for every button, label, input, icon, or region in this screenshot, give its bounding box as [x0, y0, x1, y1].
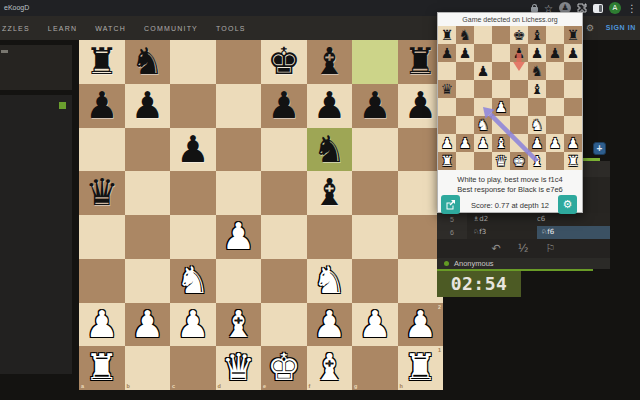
square-g5 — [546, 80, 564, 98]
move-white[interactable]: ♘f3 — [473, 226, 486, 239]
piece-black-pawn-h7: ♟ — [564, 44, 582, 62]
movelist-row-edge — [583, 177, 610, 213]
piece-black-knight-b8[interactable]: ♞ — [125, 40, 171, 84]
square-a2: ♟ — [438, 134, 456, 152]
piece-white-queen-d1: ♛ — [492, 152, 510, 170]
move-black[interactable]: c6 — [537, 213, 610, 226]
game-controls: ↶ ½ ⚐ — [437, 239, 610, 258]
profile-avatar[interactable]: A — [609, 2, 621, 14]
square-c2[interactable]: ♟ — [170, 303, 216, 347]
square-e3 — [510, 116, 528, 134]
file-label-c: c — [172, 383, 175, 389]
square-e1: ♚ — [510, 152, 528, 170]
square-f2[interactable]: ♟ — [307, 303, 353, 347]
move-row: 6 ♘f3 ♘f6 — [437, 226, 610, 239]
file-label-f: f — [309, 383, 311, 389]
square-c7 — [474, 44, 492, 62]
square-h5 — [564, 80, 582, 98]
piece-white-pawn-a2: ♟ — [438, 134, 456, 152]
square-e5 — [510, 80, 528, 98]
square-g4 — [546, 98, 564, 116]
piece-black-rook-a8: ♜ — [438, 26, 456, 44]
square-g6 — [546, 62, 564, 80]
move-row: 5 ♗d2 c6 — [437, 213, 610, 226]
menu-dots-icon[interactable]: ⋮ — [627, 3, 637, 14]
square-c6: ♟ — [474, 62, 492, 80]
add-button[interactable]: + — [593, 142, 606, 155]
square-g3 — [546, 116, 564, 134]
best-response-text: Best response for Black is e7e6 — [438, 185, 582, 194]
green-status-square — [59, 102, 66, 109]
left-panel-bottom — [0, 95, 72, 374]
square-c1[interactable]: c — [170, 346, 216, 390]
square-h4 — [564, 98, 582, 116]
square-c5[interactable] — [170, 171, 216, 215]
square-e7[interactable]: ♟ — [261, 84, 307, 128]
piece-white-king-e1[interactable]: ♚ — [261, 346, 307, 390]
square-e3[interactable] — [261, 259, 307, 303]
movelist-row-edge — [583, 161, 610, 177]
square-e4 — [510, 98, 528, 116]
player-clock: 02:54 — [437, 271, 521, 297]
piece-black-queen-a5[interactable]: ♛ — [79, 171, 125, 215]
piece-white-pawn-a2[interactable]: ♟ — [79, 303, 125, 347]
main-chess-board[interactable]: ♜♞♚♝♜8♟♟♟♟♟♟7♟♞6♛♝5♟4♞♞3♟♟♟♝♟♟♟2♜abc♛d♚e… — [79, 40, 443, 390]
piece-black-pawn-a7[interactable]: ♟ — [79, 84, 125, 128]
move-list: 5 ♗d2 c6 6 ♘f3 ♘f6 — [437, 213, 610, 239]
piece-white-pawn-f2[interactable]: ♟ — [307, 303, 353, 347]
square-h1[interactable]: ♜h1 — [398, 346, 444, 390]
piece-white-rook-h1[interactable]: ♜ — [398, 346, 444, 390]
nav-item-watch[interactable]: WATCH — [95, 25, 126, 32]
square-g1 — [546, 152, 564, 170]
square-b4[interactable] — [125, 215, 171, 259]
square-e2[interactable] — [261, 303, 307, 347]
square-c8[interactable] — [170, 40, 216, 84]
square-g3[interactable] — [352, 259, 398, 303]
piece-black-bishop-f8[interactable]: ♝ — [307, 40, 353, 84]
square-d8[interactable] — [216, 40, 262, 84]
square-b3[interactable] — [125, 259, 171, 303]
piece-black-queen-a5: ♛ — [438, 80, 456, 98]
square-b1[interactable]: b — [125, 346, 171, 390]
piece-black-pawn-g7[interactable]: ♟ — [352, 84, 398, 128]
piece-white-pawn-b2: ♟ — [456, 134, 474, 152]
square-a4[interactable] — [79, 215, 125, 259]
piece-black-knight-b8: ♞ — [456, 26, 474, 44]
piece-white-rook-a1: ♜ — [438, 152, 456, 170]
nav-item-community[interactable]: COMMUNITY — [144, 25, 198, 32]
square-h2[interactable]: ♟2 — [398, 303, 444, 347]
square-c3[interactable]: ♞ — [170, 259, 216, 303]
square-b8[interactable]: ♞ — [125, 40, 171, 84]
piece-white-rook-h1: ♜ — [564, 152, 582, 170]
square-b2: ♟ — [456, 134, 474, 152]
piece-black-pawn-g7: ♟ — [546, 44, 564, 62]
square-c1 — [474, 152, 492, 170]
piece-white-pawn-g2[interactable]: ♟ — [352, 303, 398, 347]
piece-white-bishop-d2: ♝ — [492, 134, 510, 152]
file-label-b: b — [127, 383, 130, 389]
piece-white-knight-f3[interactable]: ♞ — [307, 259, 353, 303]
piece-white-pawn-c2[interactable]: ♟ — [170, 303, 216, 347]
square-f3[interactable]: ♞ — [307, 259, 353, 303]
square-a8[interactable]: ♜ — [79, 40, 125, 84]
square-a5[interactable]: ♛ — [79, 171, 125, 215]
move-white[interactable]: ♗d2 — [473, 213, 488, 226]
square-d4[interactable]: ♟ — [216, 215, 262, 259]
piece-white-knight-f3: ♞ — [528, 116, 546, 134]
piece-white-pawn-h2: ♟ — [564, 134, 582, 152]
square-g6[interactable] — [352, 128, 398, 172]
square-d1[interactable]: ♛d — [216, 346, 262, 390]
square-a6[interactable] — [79, 128, 125, 172]
square-f6[interactable]: ♞ — [307, 128, 353, 172]
square-g8 — [546, 26, 564, 44]
piece-black-king-e8: ♚ — [510, 26, 528, 44]
square-f4[interactable] — [307, 215, 353, 259]
file-label-e: e — [263, 383, 266, 389]
piece-black-bishop-f5[interactable]: ♝ — [307, 171, 353, 215]
side-panel-icon[interactable] — [593, 4, 603, 13]
square-d7[interactable] — [216, 84, 262, 128]
square-a7[interactable]: ♟ — [79, 84, 125, 128]
square-h6 — [564, 62, 582, 80]
square-g2: ♟ — [546, 134, 564, 152]
square-g8[interactable] — [352, 40, 398, 84]
square-d3 — [492, 116, 510, 134]
piece-black-bishop-f5: ♝ — [528, 80, 546, 98]
square-g4[interactable] — [352, 215, 398, 259]
square-g1[interactable]: g — [352, 346, 398, 390]
piece-white-pawn-g2: ♟ — [546, 134, 564, 152]
square-b7: ♟ — [456, 44, 474, 62]
square-f5: ♝ — [528, 80, 546, 98]
file-label-a: a — [81, 383, 84, 389]
piece-white-bishop-f1: ♝ — [528, 152, 546, 170]
square-c2: ♟ — [474, 134, 492, 152]
piece-black-pawn-c6[interactable]: ♟ — [170, 128, 216, 172]
square-b6[interactable] — [125, 128, 171, 172]
takeback-icon[interactable]: ↶ — [492, 239, 501, 258]
file-label-d: d — [218, 383, 221, 389]
square-b8: ♞ — [456, 26, 474, 44]
piece-black-knight-f6[interactable]: ♞ — [307, 128, 353, 172]
square-a8: ♜ — [438, 26, 456, 44]
square-d3[interactable] — [216, 259, 262, 303]
square-e6[interactable] — [261, 128, 307, 172]
square-a7: ♟ — [438, 44, 456, 62]
piece-white-knight-c3[interactable]: ♞ — [170, 259, 216, 303]
piece-black-pawn-f7: ♟ — [528, 44, 546, 62]
piece-black-pawn-c6: ♟ — [474, 62, 492, 80]
popup-settings-button[interactable]: ⚙ — [558, 195, 577, 214]
square-c7[interactable] — [170, 84, 216, 128]
move-number: 6 — [437, 226, 467, 239]
square-e8: ♚ — [510, 26, 528, 44]
piece-white-pawn-c2: ♟ — [474, 134, 492, 152]
square-e7: ♟ — [510, 44, 528, 62]
square-d1: ♛ — [492, 152, 510, 170]
square-c4[interactable] — [170, 215, 216, 259]
popup-mini-board: ♜♞♚♝♜♟♟♟♟♟♟♟♞♛♝♟♞♞♟♟♟♝♟♟♟♜♛♚♝♜ — [438, 26, 582, 170]
piece-black-pawn-e7[interactable]: ♟ — [261, 84, 307, 128]
lock-icon[interactable] — [531, 4, 538, 12]
piece-black-bishop-f8: ♝ — [528, 26, 546, 44]
truncated-text-fragment — [1, 50, 8, 53]
best-move-text: White to play, best move is f1c4 — [438, 175, 582, 184]
square-e1[interactable]: ♚e — [261, 346, 307, 390]
player-row: Anonymous — [437, 258, 610, 269]
square-g7[interactable]: ♟ — [352, 84, 398, 128]
piece-white-knight-c3: ♞ — [474, 116, 492, 134]
file-label-h: h — [400, 383, 403, 389]
square-b7[interactable]: ♟ — [125, 84, 171, 128]
square-f8[interactable]: ♝ — [307, 40, 353, 84]
square-d2: ♝ — [492, 134, 510, 152]
piece-white-pawn-d4: ♟ — [492, 98, 510, 116]
square-c4 — [474, 98, 492, 116]
square-a1: ♜ — [438, 152, 456, 170]
square-g7: ♟ — [546, 44, 564, 62]
square-d4: ♟ — [492, 98, 510, 116]
square-a4 — [438, 98, 456, 116]
square-f8: ♝ — [528, 26, 546, 44]
extension-popup: Game detected on Lichess.org ♜♞♚♝♜♟♟♟♟♟♟… — [437, 12, 583, 213]
external-link-icon — [445, 199, 456, 210]
square-a1[interactable]: ♜a — [79, 346, 125, 390]
piece-white-pawn-b2[interactable]: ♟ — [125, 303, 171, 347]
square-h7: ♟ — [564, 44, 582, 62]
square-a2[interactable]: ♟ — [79, 303, 125, 347]
square-e5[interactable] — [261, 171, 307, 215]
open-link-button[interactable] — [441, 195, 460, 214]
piece-white-king-e1: ♚ — [510, 152, 528, 170]
square-d2[interactable]: ♝ — [216, 303, 262, 347]
square-h1: ♜ — [564, 152, 582, 170]
square-b2[interactable]: ♟ — [125, 303, 171, 347]
piece-black-pawn-a7: ♟ — [438, 44, 456, 62]
square-c8 — [474, 26, 492, 44]
square-c3: ♞ — [474, 116, 492, 134]
square-g5[interactable] — [352, 171, 398, 215]
nav-item-tools[interactable]: TOOLS — [216, 25, 246, 32]
piece-white-pawn-f2: ♟ — [528, 134, 546, 152]
rank-label-1: 1 — [438, 347, 441, 353]
square-b6 — [456, 62, 474, 80]
square-c5 — [474, 80, 492, 98]
square-a5: ♛ — [438, 80, 456, 98]
square-e2 — [510, 134, 528, 152]
gear-icon: ⚙ — [563, 195, 573, 214]
piece-white-bishop-f1[interactable]: ♝ — [307, 346, 353, 390]
square-b5[interactable] — [125, 171, 171, 215]
move-black-current[interactable]: ♘f6 — [537, 226, 610, 239]
piece-black-pawn-b7[interactable]: ♟ — [125, 84, 171, 128]
piece-white-pawn-d4[interactable]: ♟ — [216, 215, 262, 259]
square-b5 — [456, 80, 474, 98]
nav-items: ZZLES LEARN WATCH COMMUNITY TOOLS — [2, 16, 246, 40]
square-d5 — [492, 80, 510, 98]
left-panel-top — [0, 45, 72, 90]
piece-black-pawn-f7[interactable]: ♟ — [307, 84, 353, 128]
square-f2: ♟ — [528, 134, 546, 152]
square-d7 — [492, 44, 510, 62]
square-e4[interactable] — [261, 215, 307, 259]
piece-white-pawn-h2[interactable]: ♟ — [398, 303, 444, 347]
square-h2: ♟ — [564, 134, 582, 152]
square-b3 — [456, 116, 474, 134]
square-b1 — [456, 152, 474, 170]
draw-offer-icon[interactable]: ½ — [518, 239, 529, 258]
square-f7: ♟ — [528, 44, 546, 62]
piece-black-pawn-e7: ♟ — [510, 44, 528, 62]
nav-item-learn[interactable]: LEARN — [48, 25, 77, 32]
square-f6: ♞ — [528, 62, 546, 80]
file-label-g: g — [354, 383, 357, 389]
piece-black-rook-a8[interactable]: ♜ — [79, 40, 125, 84]
square-d6 — [492, 62, 510, 80]
square-f1: ♝ — [528, 152, 546, 170]
square-h3 — [564, 116, 582, 134]
square-f1[interactable]: ♝f — [307, 346, 353, 390]
square-d5[interactable] — [216, 171, 262, 215]
online-status-dot — [444, 261, 449, 266]
piece-white-rook-a1[interactable]: ♜ — [79, 346, 125, 390]
square-e8[interactable]: ♚ — [261, 40, 307, 84]
square-f4 — [528, 98, 546, 116]
resign-flag-icon[interactable]: ⚐ — [546, 239, 556, 258]
square-g2[interactable]: ♟ — [352, 303, 398, 347]
square-f5[interactable]: ♝ — [307, 171, 353, 215]
square-f3: ♞ — [528, 116, 546, 134]
square-f7[interactable]: ♟ — [307, 84, 353, 128]
nav-item-puzzles[interactable]: ZZLES — [2, 25, 30, 32]
player-name: Anonymous — [454, 259, 494, 268]
square-c6[interactable]: ♟ — [170, 128, 216, 172]
square-d6[interactable] — [216, 128, 262, 172]
piece-black-knight-f6: ♞ — [528, 62, 546, 80]
square-d8 — [492, 26, 510, 44]
piece-white-bishop-d2[interactable]: ♝ — [216, 303, 262, 347]
square-b4 — [456, 98, 474, 116]
square-a3[interactable] — [79, 259, 125, 303]
sign-in-link[interactable]: SIGN IN — [606, 16, 636, 40]
square-e6 — [510, 62, 528, 80]
piece-black-rook-h8: ♜ — [564, 26, 582, 44]
piece-black-pawn-b7: ♟ — [456, 44, 474, 62]
square-a3 — [438, 116, 456, 134]
piece-black-king-e8[interactable]: ♚ — [261, 40, 307, 84]
piece-white-queen-d1[interactable]: ♛ — [216, 346, 262, 390]
rank-label-2: 2 — [438, 304, 441, 310]
popup-header: Game detected on Lichess.org — [438, 13, 582, 26]
square-h8: ♜ — [564, 26, 582, 44]
window-title: eKoogD — [4, 0, 29, 16]
nav-gear-icon[interactable]: ⚙ — [586, 16, 594, 40]
square-a6 — [438, 62, 456, 80]
move-number: 5 — [437, 213, 467, 226]
